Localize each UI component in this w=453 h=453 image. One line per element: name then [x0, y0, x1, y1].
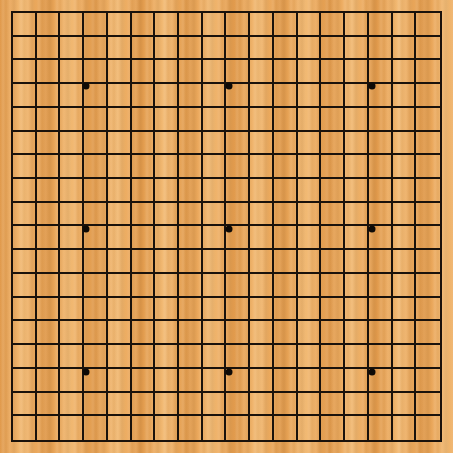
board-cell — [369, 132, 393, 156]
board-cell — [369, 393, 393, 417]
board-cell — [321, 179, 345, 203]
board-cell — [345, 84, 369, 108]
board-cell — [393, 179, 417, 203]
star-point — [225, 368, 232, 375]
board-cell — [37, 60, 61, 84]
board-cell — [203, 369, 227, 393]
board-cell — [250, 84, 274, 108]
board-cell — [416, 416, 440, 440]
board-cell — [132, 179, 156, 203]
board-cell — [274, 321, 298, 345]
board-cell — [132, 108, 156, 132]
board-cell — [13, 416, 37, 440]
board-cell — [13, 155, 37, 179]
board-cell — [155, 84, 179, 108]
board-cell — [13, 393, 37, 417]
board-cell — [321, 226, 345, 250]
board-cell — [298, 60, 322, 84]
board-cell — [132, 203, 156, 227]
board-cell — [13, 179, 37, 203]
board-cell — [393, 60, 417, 84]
board-cell — [60, 250, 84, 274]
board-cell — [321, 298, 345, 322]
board-cell — [274, 393, 298, 417]
board-cell — [108, 393, 132, 417]
star-point — [368, 225, 375, 232]
board-cell — [226, 179, 250, 203]
board-cell — [37, 155, 61, 179]
star-point — [368, 82, 375, 89]
board-cell — [179, 60, 203, 84]
board-cell — [345, 132, 369, 156]
board-cell — [274, 155, 298, 179]
board-cell — [298, 84, 322, 108]
board-cell — [274, 84, 298, 108]
board-cell — [298, 250, 322, 274]
board-cell — [203, 226, 227, 250]
board-cell — [369, 37, 393, 61]
board-cell — [132, 298, 156, 322]
board-cell — [155, 60, 179, 84]
board-cell — [369, 155, 393, 179]
board-cell — [226, 108, 250, 132]
board-cell — [37, 13, 61, 37]
board-cell — [298, 416, 322, 440]
board-cell — [13, 369, 37, 393]
board-cell — [37, 179, 61, 203]
board-cell — [84, 250, 108, 274]
board-cell — [132, 274, 156, 298]
board-cell — [345, 13, 369, 37]
board-cell — [108, 298, 132, 322]
board-cell — [393, 37, 417, 61]
board-cell — [393, 13, 417, 37]
board-cell — [226, 13, 250, 37]
board-cell — [345, 60, 369, 84]
board-cell — [60, 179, 84, 203]
board-cell — [203, 203, 227, 227]
board-cell — [84, 274, 108, 298]
board-cell — [203, 179, 227, 203]
board-cell — [179, 37, 203, 61]
board-cell — [155, 345, 179, 369]
board-cell — [274, 298, 298, 322]
board-cell — [155, 250, 179, 274]
board-cell — [60, 84, 84, 108]
board-cell — [226, 155, 250, 179]
board-cell — [179, 250, 203, 274]
board-cell — [132, 345, 156, 369]
board-cell — [84, 60, 108, 84]
board-cell — [179, 321, 203, 345]
board-cell — [84, 132, 108, 156]
board-cell — [60, 132, 84, 156]
star-point — [225, 82, 232, 89]
board-cell — [274, 416, 298, 440]
board-cell — [37, 298, 61, 322]
board-cell — [250, 13, 274, 37]
board-cell — [108, 60, 132, 84]
board-cell — [84, 345, 108, 369]
board-cell — [132, 37, 156, 61]
board-cell — [369, 274, 393, 298]
board-cell — [13, 13, 37, 37]
board-cell — [369, 298, 393, 322]
board-cell — [155, 321, 179, 345]
board-cell — [37, 274, 61, 298]
board-cell — [132, 155, 156, 179]
board-cell — [393, 393, 417, 417]
board-cell — [179, 179, 203, 203]
board-cell — [13, 345, 37, 369]
star-point — [82, 82, 89, 89]
board-cell — [132, 369, 156, 393]
board-cell — [13, 203, 37, 227]
board-cell — [369, 179, 393, 203]
board-cell — [108, 416, 132, 440]
board-cell — [179, 203, 203, 227]
board-cell — [250, 274, 274, 298]
board-cell — [108, 13, 132, 37]
board-cell — [179, 226, 203, 250]
board-cell — [321, 13, 345, 37]
board-cell — [155, 132, 179, 156]
board-cell — [393, 108, 417, 132]
board-cell — [298, 369, 322, 393]
board-cell — [203, 155, 227, 179]
board-cell — [37, 108, 61, 132]
board-cell — [416, 179, 440, 203]
board-cell — [298, 226, 322, 250]
board-cell — [37, 226, 61, 250]
board-cell — [250, 60, 274, 84]
board-cell — [298, 155, 322, 179]
board-cell — [37, 321, 61, 345]
board-cell — [179, 132, 203, 156]
board-cell — [13, 37, 37, 61]
go-board[interactable] — [0, 0, 453, 453]
board-cell — [60, 108, 84, 132]
board-cell — [226, 203, 250, 227]
board-cell — [203, 274, 227, 298]
board-cell — [274, 274, 298, 298]
board-cell — [416, 132, 440, 156]
board-cell — [37, 416, 61, 440]
board-cell — [416, 298, 440, 322]
board-cell — [203, 13, 227, 37]
board-cell — [203, 250, 227, 274]
board-cell — [203, 321, 227, 345]
board-cell — [203, 37, 227, 61]
board-cell — [393, 345, 417, 369]
board-cell — [393, 250, 417, 274]
board-cell — [179, 369, 203, 393]
star-point — [368, 368, 375, 375]
board-cell — [321, 321, 345, 345]
board-cell — [226, 298, 250, 322]
board-cell — [84, 298, 108, 322]
board-cell — [250, 250, 274, 274]
board-cell — [226, 345, 250, 369]
board-cell — [132, 84, 156, 108]
board-cell — [393, 203, 417, 227]
board-cell — [203, 416, 227, 440]
board-cell — [369, 108, 393, 132]
board-cell — [179, 345, 203, 369]
board-cell — [108, 345, 132, 369]
board-cell — [274, 13, 298, 37]
board-cell — [321, 369, 345, 393]
board-cell — [298, 345, 322, 369]
board-cell — [84, 179, 108, 203]
board-cell — [179, 416, 203, 440]
board-cell — [60, 345, 84, 369]
board-cell — [132, 416, 156, 440]
board-cell — [203, 132, 227, 156]
board-cell — [345, 345, 369, 369]
board-cell — [321, 203, 345, 227]
board-cell — [108, 84, 132, 108]
board-cell — [345, 250, 369, 274]
board-cell — [298, 298, 322, 322]
board-cell — [345, 179, 369, 203]
board-cell — [345, 108, 369, 132]
board-cell — [179, 274, 203, 298]
board-cell — [37, 132, 61, 156]
board-cell — [226, 60, 250, 84]
board-cell — [274, 37, 298, 61]
board-cell — [60, 226, 84, 250]
board-cell — [345, 416, 369, 440]
board-cell — [416, 226, 440, 250]
board-cell — [179, 393, 203, 417]
board-cell — [84, 37, 108, 61]
board-cell — [321, 37, 345, 61]
board-cell — [37, 37, 61, 61]
board-cell — [13, 108, 37, 132]
board-cell — [274, 250, 298, 274]
board-cell — [108, 132, 132, 156]
board-cell — [13, 274, 37, 298]
board-cell — [345, 369, 369, 393]
board-cell — [250, 416, 274, 440]
board-cell — [298, 321, 322, 345]
board-cell — [393, 84, 417, 108]
board-cell — [226, 132, 250, 156]
board-cell — [298, 132, 322, 156]
board-cell — [416, 60, 440, 84]
board-cell — [203, 84, 227, 108]
board-cell — [132, 13, 156, 37]
board-cell — [108, 321, 132, 345]
board-cell — [369, 203, 393, 227]
board-cell — [416, 250, 440, 274]
board-cell — [250, 37, 274, 61]
board-cell — [321, 60, 345, 84]
board-cell — [155, 393, 179, 417]
board-cell — [250, 321, 274, 345]
board-cell — [37, 393, 61, 417]
board-cell — [226, 37, 250, 61]
board-cell — [84, 13, 108, 37]
board-cell — [60, 416, 84, 440]
board-cell — [298, 108, 322, 132]
board-cell — [155, 37, 179, 61]
board-cell — [226, 393, 250, 417]
board-cell — [37, 250, 61, 274]
board-cell — [298, 37, 322, 61]
board-cell — [274, 369, 298, 393]
board-cell — [369, 60, 393, 84]
board-cell — [132, 321, 156, 345]
board-cell — [60, 203, 84, 227]
board-cell — [108, 37, 132, 61]
board-cell — [250, 393, 274, 417]
board-cell — [155, 274, 179, 298]
star-point — [82, 225, 89, 232]
board-cell — [416, 13, 440, 37]
board-cell — [13, 321, 37, 345]
board-cell — [203, 60, 227, 84]
board-cell — [60, 274, 84, 298]
board-cell — [321, 84, 345, 108]
board-cell — [250, 226, 274, 250]
board-cell — [179, 155, 203, 179]
board-cell — [298, 179, 322, 203]
board-grid — [11, 11, 442, 442]
board-cell — [155, 226, 179, 250]
board-cell — [321, 155, 345, 179]
board-cell — [132, 250, 156, 274]
board-cell — [321, 132, 345, 156]
board-cell — [84, 321, 108, 345]
board-cell — [321, 108, 345, 132]
board-cell — [321, 416, 345, 440]
star-point — [82, 368, 89, 375]
board-cell — [60, 13, 84, 37]
board-cell — [84, 393, 108, 417]
board-cell — [321, 345, 345, 369]
board-cell — [203, 345, 227, 369]
board-cell — [298, 203, 322, 227]
board-cell — [416, 155, 440, 179]
board-cell — [274, 226, 298, 250]
board-cell — [345, 203, 369, 227]
board-cell — [108, 203, 132, 227]
board-cell — [250, 108, 274, 132]
board-cell — [416, 345, 440, 369]
board-cell — [84, 203, 108, 227]
board-cell — [108, 226, 132, 250]
board-cell — [60, 393, 84, 417]
board-cell — [274, 345, 298, 369]
board-cell — [155, 298, 179, 322]
board-cell — [60, 60, 84, 84]
board-cell — [321, 274, 345, 298]
board-cell — [132, 393, 156, 417]
board-cell — [132, 132, 156, 156]
board-cell — [226, 321, 250, 345]
board-cell — [369, 13, 393, 37]
board-cell — [393, 226, 417, 250]
board-cell — [250, 203, 274, 227]
board-cell — [416, 108, 440, 132]
board-cell — [13, 132, 37, 156]
board-cell — [416, 84, 440, 108]
board-cell — [13, 84, 37, 108]
board-cell — [416, 37, 440, 61]
board-cell — [108, 274, 132, 298]
board-cell — [203, 298, 227, 322]
board-cell — [298, 393, 322, 417]
board-cell — [274, 132, 298, 156]
board-cell — [369, 345, 393, 369]
board-cell — [132, 226, 156, 250]
board-cell — [345, 226, 369, 250]
board-cell — [369, 250, 393, 274]
board-cell — [345, 321, 369, 345]
board-cell — [226, 274, 250, 298]
board-cell — [250, 298, 274, 322]
board-cell — [108, 179, 132, 203]
board-cell — [179, 108, 203, 132]
board-cell — [179, 298, 203, 322]
board-cell — [250, 179, 274, 203]
board-cell — [60, 37, 84, 61]
board-cell — [13, 226, 37, 250]
board-cell — [298, 274, 322, 298]
board-cell — [345, 298, 369, 322]
board-cell — [321, 393, 345, 417]
board-cell — [226, 416, 250, 440]
board-cell — [393, 274, 417, 298]
board-cell — [393, 321, 417, 345]
board-cell — [37, 345, 61, 369]
board-cell — [13, 298, 37, 322]
board-cell — [37, 84, 61, 108]
board-cell — [369, 321, 393, 345]
board-cell — [108, 250, 132, 274]
board-cell — [60, 155, 84, 179]
board-cell — [393, 155, 417, 179]
board-cell — [179, 84, 203, 108]
board-cell — [108, 108, 132, 132]
board-cell — [393, 132, 417, 156]
board-cell — [274, 60, 298, 84]
board-cell — [416, 203, 440, 227]
board-cell — [393, 369, 417, 393]
board-cell — [203, 108, 227, 132]
board-cell — [84, 155, 108, 179]
board-cell — [416, 369, 440, 393]
board-cell — [345, 155, 369, 179]
board-cell — [416, 321, 440, 345]
board-cell — [250, 369, 274, 393]
board-cell — [155, 416, 179, 440]
board-cell — [37, 203, 61, 227]
board-cell — [132, 60, 156, 84]
board-cell — [416, 274, 440, 298]
board-cell — [60, 369, 84, 393]
board-cell — [274, 203, 298, 227]
board-cell — [84, 108, 108, 132]
board-cell — [155, 179, 179, 203]
board-cell — [321, 250, 345, 274]
board-cell — [416, 393, 440, 417]
board-cell — [250, 345, 274, 369]
board-cell — [179, 13, 203, 37]
board-cell — [84, 416, 108, 440]
